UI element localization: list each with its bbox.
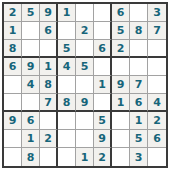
cell-r3c6[interactable]: 6 xyxy=(94,40,112,58)
cell-r2c9[interactable]: 7 xyxy=(148,22,166,40)
cell-r7c2[interactable]: 6 xyxy=(22,112,40,130)
cell-r8c5[interactable] xyxy=(76,130,94,148)
cell-r9c9[interactable] xyxy=(148,148,166,166)
cell-r6c6[interactable] xyxy=(94,94,112,112)
cell-r5c1[interactable] xyxy=(4,76,22,94)
cell-r2c5[interactable]: 2 xyxy=(76,22,94,40)
cell-r5c9[interactable] xyxy=(148,76,166,94)
cell-r3c2[interactable] xyxy=(22,40,40,58)
cell-r6c4[interactable]: 8 xyxy=(58,94,76,112)
cell-r9c3[interactable] xyxy=(40,148,58,166)
cell-r7c5[interactable] xyxy=(76,112,94,130)
cell-r4c6[interactable] xyxy=(94,58,112,76)
cell-r8c2[interactable]: 1 xyxy=(22,130,40,148)
cell-r1c4[interactable]: 1 xyxy=(58,4,76,22)
cell-r4c9[interactable] xyxy=(148,58,166,76)
cell-r2c8[interactable]: 8 xyxy=(130,22,148,40)
cell-r8c1[interactable] xyxy=(4,130,22,148)
cell-r2c1[interactable]: 1 xyxy=(4,22,22,40)
cell-r6c8[interactable]: 6 xyxy=(130,94,148,112)
cell-r9c7[interactable] xyxy=(112,148,130,166)
cell-r2c7[interactable]: 5 xyxy=(112,22,130,40)
cell-r1c8[interactable] xyxy=(130,4,148,22)
cell-r8c8[interactable]: 5 xyxy=(130,130,148,148)
cell-r3c9[interactable] xyxy=(148,40,166,58)
cell-r2c3[interactable]: 6 xyxy=(40,22,58,40)
cell-r9c2[interactable]: 8 xyxy=(22,148,40,166)
cell-r5c5[interactable] xyxy=(76,76,94,94)
cell-r6c3[interactable]: 7 xyxy=(40,94,58,112)
cell-r5c7[interactable]: 9 xyxy=(112,76,130,94)
cell-r1c5[interactable] xyxy=(76,4,94,22)
cell-r8c3[interactable]: 2 xyxy=(40,130,58,148)
cell-r5c3[interactable]: 8 xyxy=(40,76,58,94)
cell-r4c3[interactable]: 1 xyxy=(40,58,58,76)
cell-r8c6[interactable]: 9 xyxy=(94,130,112,148)
cell-r4c4[interactable]: 4 xyxy=(58,58,76,76)
cell-r3c5[interactable] xyxy=(76,40,94,58)
cell-r3c8[interactable] xyxy=(130,40,148,58)
cell-r9c4[interactable] xyxy=(58,148,76,166)
cell-r1c1[interactable]: 2 xyxy=(4,4,22,22)
cell-r5c4[interactable] xyxy=(58,76,76,94)
cell-r7c3[interactable] xyxy=(40,112,58,130)
cell-r2c4[interactable] xyxy=(58,22,76,40)
cell-r3c7[interactable]: 2 xyxy=(112,40,130,58)
cell-r4c1[interactable]: 6 xyxy=(4,58,22,76)
cell-r6c1[interactable] xyxy=(4,94,22,112)
cell-r7c1[interactable]: 9 xyxy=(4,112,22,130)
cell-r4c5[interactable]: 5 xyxy=(76,58,94,76)
cell-r5c8[interactable]: 7 xyxy=(130,76,148,94)
cell-r7c9[interactable]: 2 xyxy=(148,112,166,130)
cell-r2c2[interactable] xyxy=(22,22,40,40)
cell-r9c1[interactable] xyxy=(4,148,22,166)
cell-r4c2[interactable]: 9 xyxy=(22,58,40,76)
cell-r6c9[interactable]: 4 xyxy=(148,94,166,112)
cell-r3c3[interactable] xyxy=(40,40,58,58)
cell-r1c7[interactable]: 6 xyxy=(112,4,130,22)
cell-r1c2[interactable]: 5 xyxy=(22,4,40,22)
cell-r9c6[interactable]: 2 xyxy=(94,148,112,166)
cell-r9c5[interactable]: 1 xyxy=(76,148,94,166)
page-background: 2591631625878562691454819778916496512129… xyxy=(0,0,170,170)
cell-r7c8[interactable]: 1 xyxy=(130,112,148,130)
cell-r4c8[interactable] xyxy=(130,58,148,76)
cell-r7c7[interactable] xyxy=(112,112,130,130)
cell-r8c4[interactable] xyxy=(58,130,76,148)
cell-r6c5[interactable]: 9 xyxy=(76,94,94,112)
cell-r1c3[interactable]: 9 xyxy=(40,4,58,22)
cell-r3c1[interactable]: 8 xyxy=(4,40,22,58)
cell-r9c8[interactable]: 3 xyxy=(130,148,148,166)
sudoku-board: 2591631625878562691454819778916496512129… xyxy=(2,2,168,168)
cell-r1c6[interactable] xyxy=(94,4,112,22)
cell-r6c2[interactable] xyxy=(22,94,40,112)
cell-r7c4[interactable] xyxy=(58,112,76,130)
cell-r3c4[interactable]: 5 xyxy=(58,40,76,58)
cell-r2c6[interactable] xyxy=(94,22,112,40)
cell-r8c7[interactable] xyxy=(112,130,130,148)
cell-r4c7[interactable] xyxy=(112,58,130,76)
cell-r5c2[interactable]: 4 xyxy=(22,76,40,94)
cell-r5c6[interactable]: 1 xyxy=(94,76,112,94)
cell-r6c7[interactable]: 1 xyxy=(112,94,130,112)
cell-r8c9[interactable]: 6 xyxy=(148,130,166,148)
cell-r1c9[interactable]: 3 xyxy=(148,4,166,22)
cell-r7c6[interactable]: 5 xyxy=(94,112,112,130)
